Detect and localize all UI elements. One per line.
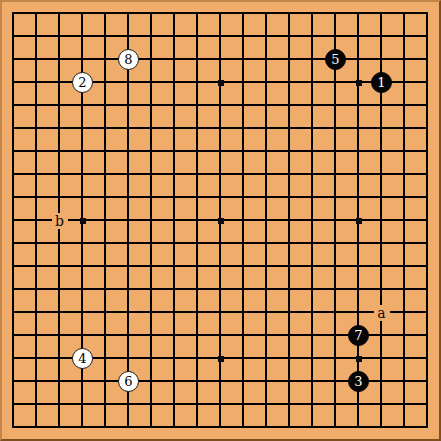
hoshi-point xyxy=(356,356,362,362)
hoshi-point xyxy=(218,80,224,86)
hoshi-point xyxy=(80,218,86,224)
hoshi-point xyxy=(218,356,224,362)
stone-white-2[interactable]: 2 xyxy=(72,72,93,93)
hoshi-point xyxy=(218,218,224,224)
hoshi-point xyxy=(356,80,362,86)
go-board[interactable]: 12345678ab xyxy=(0,0,441,441)
stone-black-7[interactable]: 7 xyxy=(348,325,369,346)
point-label-a[interactable]: a xyxy=(374,305,390,321)
stone-white-8[interactable]: 8 xyxy=(118,49,139,70)
stone-black-3[interactable]: 3 xyxy=(348,371,369,392)
stone-black-1[interactable]: 1 xyxy=(371,72,392,93)
hoshi-point xyxy=(356,218,362,224)
stone-white-6[interactable]: 6 xyxy=(118,371,139,392)
point-label-b[interactable]: b xyxy=(52,213,68,229)
stone-white-4[interactable]: 4 xyxy=(72,348,93,369)
stone-black-5[interactable]: 5 xyxy=(325,49,346,70)
